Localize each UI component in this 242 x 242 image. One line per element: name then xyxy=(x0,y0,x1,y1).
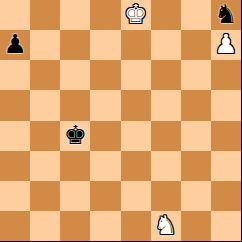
square-c6[interactable] xyxy=(60,60,90,90)
square-d5[interactable] xyxy=(90,90,120,120)
square-g6[interactable] xyxy=(181,60,211,90)
square-h3[interactable] xyxy=(211,151,241,181)
square-h8[interactable]: ♞ xyxy=(211,0,241,30)
piece-black-knight[interactable]: ♞ xyxy=(214,1,237,27)
square-d1[interactable] xyxy=(90,211,120,241)
square-b1[interactable] xyxy=(30,211,60,241)
piece-white-pawn[interactable]: ♟ xyxy=(214,31,237,57)
square-e8[interactable]: ♚ xyxy=(121,0,151,30)
square-a8[interactable] xyxy=(0,0,30,30)
square-f4[interactable] xyxy=(151,121,181,151)
square-a4[interactable] xyxy=(0,121,30,151)
square-e4[interactable] xyxy=(121,121,151,151)
square-f1[interactable]: ♞ xyxy=(151,211,181,241)
square-d2[interactable] xyxy=(90,181,120,211)
square-d8[interactable] xyxy=(90,0,120,30)
square-g5[interactable] xyxy=(181,90,211,120)
square-a6[interactable] xyxy=(0,60,30,90)
piece-white-king[interactable]: ♚ xyxy=(124,1,147,27)
square-d7[interactable] xyxy=(90,30,120,60)
square-g3[interactable] xyxy=(181,151,211,181)
square-b2[interactable] xyxy=(30,181,60,211)
square-a2[interactable] xyxy=(0,181,30,211)
piece-black-pawn[interactable]: ♟ xyxy=(3,31,26,57)
square-c5[interactable] xyxy=(60,90,90,120)
square-c1[interactable] xyxy=(60,211,90,241)
square-e3[interactable] xyxy=(121,151,151,181)
square-e2[interactable] xyxy=(121,181,151,211)
square-b4[interactable] xyxy=(30,121,60,151)
square-g8[interactable] xyxy=(181,0,211,30)
square-h7[interactable]: ♟ xyxy=(211,30,241,60)
square-b5[interactable] xyxy=(30,90,60,120)
square-f2[interactable] xyxy=(151,181,181,211)
square-c3[interactable] xyxy=(60,151,90,181)
square-h5[interactable] xyxy=(211,90,241,120)
square-b7[interactable] xyxy=(30,30,60,60)
square-f3[interactable] xyxy=(151,151,181,181)
square-f5[interactable] xyxy=(151,90,181,120)
chess-board: ♚♞♟♟♚♞ xyxy=(0,0,242,242)
square-d6[interactable] xyxy=(90,60,120,90)
piece-white-knight[interactable]: ♞ xyxy=(154,212,177,238)
square-e7[interactable] xyxy=(121,30,151,60)
square-g1[interactable] xyxy=(181,211,211,241)
square-b6[interactable] xyxy=(30,60,60,90)
square-f7[interactable] xyxy=(151,30,181,60)
square-h6[interactable] xyxy=(211,60,241,90)
square-a7[interactable]: ♟ xyxy=(0,30,30,60)
square-e6[interactable] xyxy=(121,60,151,90)
square-c7[interactable] xyxy=(60,30,90,60)
square-b8[interactable] xyxy=(30,0,60,30)
square-g7[interactable] xyxy=(181,30,211,60)
square-e5[interactable] xyxy=(121,90,151,120)
square-h4[interactable] xyxy=(211,121,241,151)
square-f8[interactable] xyxy=(151,0,181,30)
square-a3[interactable] xyxy=(0,151,30,181)
square-f6[interactable] xyxy=(151,60,181,90)
piece-black-king[interactable]: ♚ xyxy=(64,122,87,148)
square-d4[interactable] xyxy=(90,121,120,151)
square-g4[interactable] xyxy=(181,121,211,151)
square-h2[interactable] xyxy=(211,181,241,211)
square-a1[interactable] xyxy=(0,211,30,241)
square-h1[interactable] xyxy=(211,211,241,241)
square-g2[interactable] xyxy=(181,181,211,211)
square-a5[interactable] xyxy=(0,90,30,120)
square-c4[interactable]: ♚ xyxy=(60,121,90,151)
square-e1[interactable] xyxy=(121,211,151,241)
square-c2[interactable] xyxy=(60,181,90,211)
square-c8[interactable] xyxy=(60,0,90,30)
square-d3[interactable] xyxy=(90,151,120,181)
square-b3[interactable] xyxy=(30,151,60,181)
